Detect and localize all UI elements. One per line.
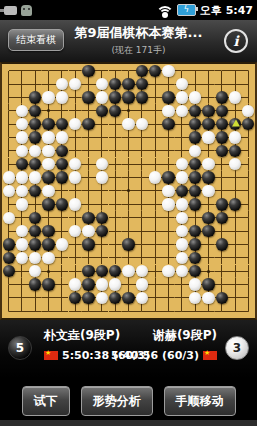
board-cell[interactable] — [95, 144, 108, 157]
board-cell[interactable] — [242, 158, 255, 171]
board-cell[interactable] — [15, 211, 28, 224]
board-cell[interactable] — [202, 251, 215, 264]
board-cell[interactable] — [15, 158, 28, 171]
board-cell[interactable] — [15, 117, 28, 130]
board-cell[interactable] — [69, 278, 82, 291]
board-cell[interactable] — [135, 211, 148, 224]
board-cell[interactable] — [242, 77, 255, 90]
board-cell[interactable] — [148, 117, 161, 130]
board-cell[interactable] — [228, 91, 241, 104]
board-cell[interactable] — [15, 171, 28, 184]
board-cell[interactable] — [162, 184, 175, 197]
board-cell[interactable] — [55, 158, 68, 171]
board-cell[interactable] — [69, 171, 82, 184]
board-cell[interactable] — [82, 64, 95, 77]
board-cell[interactable] — [202, 305, 215, 318]
board-cell[interactable] — [215, 265, 228, 278]
board-cell[interactable] — [122, 91, 135, 104]
board-cell[interactable] — [69, 305, 82, 318]
board-cell[interactable] — [29, 265, 42, 278]
board-cell[interactable] — [55, 238, 68, 251]
board-cell[interactable] — [148, 171, 161, 184]
board-cell[interactable] — [135, 224, 148, 237]
board-cell[interactable] — [42, 224, 55, 237]
board-cell[interactable] — [122, 104, 135, 117]
board-cell[interactable] — [148, 131, 161, 144]
board-cell[interactable] — [109, 265, 122, 278]
board-cell[interactable] — [122, 265, 135, 278]
board-cell[interactable] — [2, 104, 15, 117]
board-cell[interactable] — [69, 64, 82, 77]
board-cell[interactable] — [122, 278, 135, 291]
board-cell[interactable] — [188, 211, 201, 224]
board-cell[interactable] — [55, 131, 68, 144]
board-cell[interactable] — [109, 291, 122, 304]
board-cell[interactable] — [82, 211, 95, 224]
board-cell[interactable] — [215, 104, 228, 117]
board-cell[interactable] — [228, 291, 241, 304]
board-cell[interactable] — [162, 278, 175, 291]
board-cell[interactable] — [55, 144, 68, 157]
board-cell[interactable] — [122, 64, 135, 77]
board-cell[interactable] — [55, 211, 68, 224]
board-cell[interactable] — [69, 104, 82, 117]
board-cell[interactable] — [162, 117, 175, 130]
board-cell[interactable] — [148, 144, 161, 157]
board-cell[interactable] — [95, 251, 108, 264]
board-cell[interactable] — [69, 144, 82, 157]
board-cell[interactable] — [15, 184, 28, 197]
board-cell[interactable] — [202, 211, 215, 224]
board-cell[interactable] — [175, 171, 188, 184]
board-cell[interactable] — [135, 251, 148, 264]
board-cell[interactable] — [148, 224, 161, 237]
board-cell[interactable] — [55, 265, 68, 278]
board-cell[interactable] — [82, 131, 95, 144]
board-cell[interactable] — [148, 158, 161, 171]
board-cell[interactable] — [162, 291, 175, 304]
board-cell[interactable] — [202, 171, 215, 184]
board-cell[interactable] — [2, 238, 15, 251]
board-cell[interactable] — [188, 278, 201, 291]
board-cell[interactable] — [82, 265, 95, 278]
board-cell[interactable] — [215, 238, 228, 251]
board-cell[interactable] — [109, 171, 122, 184]
board-cell[interactable] — [188, 198, 201, 211]
board-cell[interactable] — [148, 198, 161, 211]
board-cell[interactable] — [228, 171, 241, 184]
board-cell[interactable] — [242, 211, 255, 224]
board-cell[interactable] — [95, 171, 108, 184]
board-cell[interactable] — [188, 131, 201, 144]
board-cell[interactable] — [215, 198, 228, 211]
board-cell[interactable] — [82, 77, 95, 90]
board-cell[interactable] — [162, 305, 175, 318]
board-cell[interactable] — [69, 251, 82, 264]
board-cell[interactable] — [82, 251, 95, 264]
board-cell[interactable] — [228, 224, 241, 237]
board-cell[interactable] — [55, 224, 68, 237]
board-cell[interactable] — [122, 211, 135, 224]
board-cell[interactable] — [55, 104, 68, 117]
board-cell[interactable] — [135, 131, 148, 144]
board-cell[interactable] — [55, 91, 68, 104]
board-cell[interactable] — [188, 224, 201, 237]
board-cell[interactable] — [148, 184, 161, 197]
board-cell[interactable] — [175, 77, 188, 90]
board-cell[interactable] — [82, 91, 95, 104]
board-cell[interactable] — [29, 144, 42, 157]
board-cell[interactable] — [242, 251, 255, 264]
board-cell[interactable] — [82, 305, 95, 318]
board-cell[interactable] — [2, 64, 15, 77]
board-cell[interactable] — [2, 184, 15, 197]
board-cell[interactable] — [109, 158, 122, 171]
board-cell[interactable] — [202, 117, 215, 130]
board-cell[interactable] — [148, 77, 161, 90]
board-cell[interactable] — [69, 131, 82, 144]
board-cell[interactable] — [109, 144, 122, 157]
board-cell[interactable] — [228, 158, 241, 171]
board-cell[interactable] — [29, 171, 42, 184]
board-cell[interactable] — [69, 265, 82, 278]
board-cell[interactable] — [175, 91, 188, 104]
board-cell[interactable] — [42, 305, 55, 318]
board-cell[interactable] — [175, 291, 188, 304]
board-cell[interactable] — [215, 251, 228, 264]
board-cell[interactable] — [42, 64, 55, 77]
board-cell[interactable] — [122, 198, 135, 211]
board-cell[interactable] — [242, 305, 255, 318]
board-cell[interactable] — [82, 238, 95, 251]
board-cell[interactable] — [242, 238, 255, 251]
board-cell[interactable] — [175, 238, 188, 251]
board-cell[interactable] — [69, 238, 82, 251]
board-cell[interactable] — [29, 251, 42, 264]
board-cell[interactable] — [109, 117, 122, 130]
board-cell[interactable] — [242, 144, 255, 157]
board-cell[interactable] — [42, 171, 55, 184]
board-cell[interactable] — [29, 158, 42, 171]
board-cell[interactable] — [69, 77, 82, 90]
board-cell[interactable] — [188, 104, 201, 117]
board-cell[interactable] — [215, 291, 228, 304]
board-cell[interactable] — [135, 104, 148, 117]
board-cell[interactable] — [2, 77, 15, 90]
board-cell[interactable] — [202, 265, 215, 278]
board-cell[interactable] — [162, 251, 175, 264]
board-cell[interactable] — [188, 64, 201, 77]
board-cell[interactable] — [135, 144, 148, 157]
board-cell[interactable] — [202, 278, 215, 291]
board-cell[interactable] — [55, 171, 68, 184]
board-cell[interactable] — [188, 77, 201, 90]
board-cell[interactable] — [228, 117, 241, 130]
board-cell[interactable] — [69, 158, 82, 171]
board-cell[interactable] — [242, 91, 255, 104]
board-cell[interactable] — [215, 131, 228, 144]
board-cell[interactable] — [2, 291, 15, 304]
board-cell[interactable] — [82, 117, 95, 130]
board-cell[interactable] — [55, 278, 68, 291]
board-cell[interactable] — [42, 211, 55, 224]
board-cell[interactable] — [175, 158, 188, 171]
board-cell[interactable] — [215, 211, 228, 224]
board-cell[interactable] — [122, 238, 135, 251]
board-cell[interactable] — [2, 211, 15, 224]
board-cell[interactable] — [202, 238, 215, 251]
board-cell[interactable] — [148, 91, 161, 104]
board-cell[interactable] — [15, 278, 28, 291]
board-cell[interactable] — [175, 184, 188, 197]
board-cell[interactable] — [122, 158, 135, 171]
board-cell[interactable] — [82, 184, 95, 197]
board-cell[interactable] — [162, 211, 175, 224]
board-cell[interactable] — [95, 131, 108, 144]
board-cell[interactable] — [42, 117, 55, 130]
board-cell[interactable] — [29, 211, 42, 224]
board-cell[interactable] — [242, 198, 255, 211]
board-cell[interactable] — [135, 265, 148, 278]
board-cell[interactable] — [15, 251, 28, 264]
board-cell[interactable] — [215, 171, 228, 184]
board-cell[interactable] — [162, 224, 175, 237]
board-cell[interactable] — [215, 64, 228, 77]
board-cell[interactable] — [42, 278, 55, 291]
board-cell[interactable] — [29, 238, 42, 251]
board-cell[interactable] — [215, 305, 228, 318]
board-cell[interactable] — [228, 184, 241, 197]
board-cell[interactable] — [15, 64, 28, 77]
board-cell[interactable] — [215, 117, 228, 130]
board-cell[interactable] — [135, 158, 148, 171]
board-cell[interactable] — [95, 265, 108, 278]
board-cell[interactable] — [122, 131, 135, 144]
board-cell[interactable] — [188, 158, 201, 171]
board-cell[interactable] — [15, 305, 28, 318]
board-cell[interactable] — [55, 305, 68, 318]
board-cell[interactable] — [175, 104, 188, 117]
board-cell[interactable] — [228, 305, 241, 318]
board-cell[interactable] — [95, 198, 108, 211]
board-cell[interactable] — [82, 278, 95, 291]
board-cell[interactable] — [242, 104, 255, 117]
board-cell[interactable] — [202, 224, 215, 237]
board-cell[interactable] — [2, 278, 15, 291]
board-cell[interactable] — [2, 131, 15, 144]
board-cell[interactable] — [29, 184, 42, 197]
board-cell[interactable] — [55, 77, 68, 90]
board-cell[interactable] — [29, 278, 42, 291]
board-cell[interactable] — [122, 171, 135, 184]
board-cell[interactable] — [95, 305, 108, 318]
board-cell[interactable] — [95, 104, 108, 117]
board-cell[interactable] — [148, 251, 161, 264]
board-cell[interactable] — [29, 305, 42, 318]
board-cell[interactable] — [55, 184, 68, 197]
board-cell[interactable] — [175, 64, 188, 77]
board-cell[interactable] — [228, 211, 241, 224]
board-cell[interactable] — [95, 77, 108, 90]
board-cell[interactable] — [148, 305, 161, 318]
board-cell[interactable] — [109, 224, 122, 237]
board-cell[interactable] — [55, 117, 68, 130]
board-cell[interactable] — [148, 104, 161, 117]
board-cell[interactable] — [109, 278, 122, 291]
board-cell[interactable] — [135, 91, 148, 104]
board-cell[interactable] — [162, 64, 175, 77]
board-cell[interactable] — [148, 278, 161, 291]
board-cell[interactable] — [95, 184, 108, 197]
board-cell[interactable] — [69, 198, 82, 211]
board-cell[interactable] — [188, 144, 201, 157]
board-cell[interactable] — [42, 251, 55, 264]
board-cell[interactable] — [82, 104, 95, 117]
board-cell[interactable] — [42, 104, 55, 117]
board-cell[interactable] — [228, 77, 241, 90]
board-cell[interactable] — [15, 238, 28, 251]
board-cell[interactable] — [228, 198, 241, 211]
board-cell[interactable] — [162, 238, 175, 251]
board-cell[interactable] — [42, 238, 55, 251]
board-cell[interactable] — [15, 104, 28, 117]
board-cell[interactable] — [29, 224, 42, 237]
board-cell[interactable] — [95, 278, 108, 291]
board-cell[interactable] — [42, 291, 55, 304]
board-cell[interactable] — [215, 158, 228, 171]
board-cell[interactable] — [2, 91, 15, 104]
board-cell[interactable] — [188, 251, 201, 264]
board-cell[interactable] — [15, 91, 28, 104]
board-cell[interactable] — [228, 131, 241, 144]
board-cell[interactable] — [215, 184, 228, 197]
board-cell[interactable] — [242, 224, 255, 237]
board-cell[interactable] — [29, 77, 42, 90]
board-cell[interactable] — [135, 305, 148, 318]
board-cell[interactable] — [15, 131, 28, 144]
board-cell[interactable] — [162, 131, 175, 144]
board-cell[interactable] — [82, 158, 95, 171]
board-cell[interactable] — [162, 77, 175, 90]
board-cell[interactable] — [202, 184, 215, 197]
board-cell[interactable] — [42, 131, 55, 144]
board-cell[interactable] — [42, 91, 55, 104]
board-cell[interactable] — [228, 278, 241, 291]
board-cell[interactable] — [122, 144, 135, 157]
board-cell[interactable] — [202, 64, 215, 77]
board-cell[interactable] — [135, 64, 148, 77]
board-cell[interactable] — [228, 265, 241, 278]
board-cell[interactable] — [242, 171, 255, 184]
board-cell[interactable] — [95, 91, 108, 104]
board-cell[interactable] — [188, 291, 201, 304]
board-cell[interactable] — [109, 211, 122, 224]
board-cell[interactable] — [109, 238, 122, 251]
board-cell[interactable] — [148, 265, 161, 278]
board-cell[interactable] — [148, 211, 161, 224]
board-cell[interactable] — [148, 291, 161, 304]
board-cell[interactable] — [215, 77, 228, 90]
board-cell[interactable] — [69, 211, 82, 224]
board-cell[interactable] — [95, 291, 108, 304]
board-cell[interactable] — [242, 131, 255, 144]
board-cell[interactable] — [55, 291, 68, 304]
board-cell[interactable] — [188, 238, 201, 251]
board-cell[interactable] — [42, 158, 55, 171]
board-cell[interactable] — [2, 117, 15, 130]
board-cell[interactable] — [188, 265, 201, 278]
board-cell[interactable] — [215, 144, 228, 157]
board-cell[interactable] — [175, 198, 188, 211]
board-cell[interactable] — [202, 198, 215, 211]
board-cell[interactable] — [148, 238, 161, 251]
board-cell[interactable] — [175, 144, 188, 157]
board-cell[interactable] — [15, 77, 28, 90]
board-cell[interactable] — [162, 104, 175, 117]
board-cell[interactable] — [162, 265, 175, 278]
board-cell[interactable] — [175, 131, 188, 144]
board-cell[interactable] — [2, 251, 15, 264]
board-cell[interactable] — [82, 224, 95, 237]
board-cell[interactable] — [188, 305, 201, 318]
board-cell[interactable] — [42, 144, 55, 157]
board-cell[interactable] — [175, 211, 188, 224]
board-cell[interactable] — [55, 251, 68, 264]
board-cell[interactable] — [95, 117, 108, 130]
board-cell[interactable] — [109, 77, 122, 90]
board-cell[interactable] — [122, 224, 135, 237]
board-cell[interactable] — [109, 184, 122, 197]
board-cell[interactable] — [109, 91, 122, 104]
board-cell[interactable] — [202, 77, 215, 90]
board-cell[interactable] — [242, 291, 255, 304]
board-cell[interactable] — [2, 171, 15, 184]
board-cell[interactable] — [109, 198, 122, 211]
board-cell[interactable] — [69, 291, 82, 304]
board-cell[interactable] — [135, 278, 148, 291]
board-cell[interactable] — [162, 91, 175, 104]
move-order-button[interactable]: 手顺移动 — [164, 386, 236, 416]
board-cell[interactable] — [135, 291, 148, 304]
board-cell[interactable] — [15, 224, 28, 237]
board-cell[interactable] — [69, 224, 82, 237]
board-cell[interactable] — [15, 198, 28, 211]
board-cell[interactable] — [2, 144, 15, 157]
board-cell[interactable] — [109, 251, 122, 264]
board-cell[interactable] — [228, 238, 241, 251]
board-cell[interactable] — [82, 144, 95, 157]
board-cell[interactable] — [122, 77, 135, 90]
board-cell[interactable] — [109, 64, 122, 77]
board-cell[interactable] — [42, 198, 55, 211]
board-cell[interactable] — [2, 224, 15, 237]
board-cell[interactable] — [135, 117, 148, 130]
board-cell[interactable] — [82, 171, 95, 184]
board-cell[interactable] — [69, 91, 82, 104]
board-cell[interactable] — [82, 198, 95, 211]
board-cell[interactable] — [42, 77, 55, 90]
board-cell[interactable] — [135, 184, 148, 197]
board-cell[interactable] — [55, 198, 68, 211]
board-cell[interactable] — [29, 198, 42, 211]
board-cell[interactable] — [42, 265, 55, 278]
info-icon[interactable]: i — [224, 29, 248, 53]
board-cell[interactable] — [135, 171, 148, 184]
board-cell[interactable] — [122, 291, 135, 304]
board-cell[interactable] — [175, 278, 188, 291]
board-cell[interactable] — [215, 224, 228, 237]
board-cell[interactable] — [242, 64, 255, 77]
